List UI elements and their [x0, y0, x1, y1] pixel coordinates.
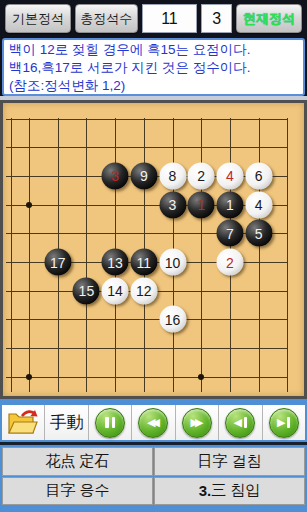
- manual-label: 手動: [50, 411, 84, 434]
- go-stone-S16: 4: [245, 191, 272, 218]
- total-joseki-button[interactable]: 총정석수: [75, 4, 138, 33]
- step-back-button[interactable]: ◀: [219, 405, 262, 440]
- go-stone-N17: 3: [102, 162, 129, 189]
- step-forward-button[interactable]: ▶: [263, 405, 305, 440]
- go-stone-O14: 11: [130, 249, 157, 276]
- step-hoshi-joseki[interactable]: 花点 定石: [2, 447, 153, 476]
- go-stone-R16: 1: [216, 191, 243, 218]
- open-file-button[interactable]: [2, 405, 45, 440]
- step-keima-kakari[interactable]: 日字 걸침: [154, 447, 305, 476]
- go-stone-O13: 12: [130, 277, 157, 304]
- pause-icon: [95, 408, 125, 438]
- current-joseki-index-field[interactable]: 3: [201, 4, 232, 33]
- rewind-icon: ◀◀: [138, 408, 168, 438]
- grid-line: [287, 118, 288, 392]
- step-forward-glyph: ▶: [277, 417, 290, 428]
- playback-toolbar: 手動◀◀▶▶◀▶: [0, 403, 307, 442]
- basic-joseki-button[interactable]: 기본정석: [5, 4, 71, 33]
- go-stone-R14: 2: [216, 249, 243, 276]
- step-label: 日字 걸침: [197, 452, 261, 471]
- go-stone-N13: 14: [102, 277, 129, 304]
- grid-line: [6, 119, 287, 120]
- pause-bars: [105, 417, 115, 428]
- joseki-step-grid: 花点 定石日字 걸침目字 응수3.三 침입: [0, 445, 307, 507]
- step-bar: [287, 417, 291, 428]
- commentary-line-2: 백16,흑17로 서로가 지킨 것은 정수이다.: [9, 59, 298, 77]
- go-stone-Q17: 2: [188, 162, 215, 189]
- fast-forward-glyph: ▶▶: [190, 417, 199, 428]
- go-stone-L14: 17: [44, 249, 71, 276]
- star-point: [26, 374, 32, 380]
- top-bar: 기본정석 총정석수 11 3 현재정석: [0, 0, 307, 37]
- fast-forward-icon: ▶▶: [182, 408, 212, 438]
- pause-bar: [112, 417, 116, 428]
- go-stone-R17: 4: [216, 162, 243, 189]
- open-folder-icon: [6, 410, 40, 436]
- step-ogeima-answer[interactable]: 目字 응수: [2, 477, 153, 506]
- go-stone-S17: 6: [245, 162, 272, 189]
- rewind-button[interactable]: ◀◀: [132, 405, 175, 440]
- step-back-icon: ◀: [225, 408, 255, 438]
- go-stone-P16: 3: [159, 191, 186, 218]
- grid-line: [6, 377, 287, 378]
- grid-line: [6, 147, 287, 148]
- grid-line: [86, 118, 87, 392]
- go-stone-P12: 16: [159, 306, 186, 333]
- go-stone-P17: 8: [159, 162, 186, 189]
- commentary-panel: 백이 12로 젖힐 경우에 흑15는 요점이다. 백16,흑17로 서로가 지킨…: [2, 38, 305, 96]
- commentary-line-1: 백이 12로 젖힐 경우에 흑15는 요점이다.: [9, 41, 298, 59]
- grid-line: [6, 319, 287, 320]
- pause-bar: [105, 417, 109, 428]
- grid-line: [6, 348, 287, 349]
- fast-forward-button[interactable]: ▶▶: [176, 405, 219, 440]
- star-point: [198, 374, 204, 380]
- rewind-glyph: ◀◀: [147, 417, 156, 428]
- bottom-strip: [0, 507, 307, 512]
- step-label: 三 침입: [211, 481, 260, 500]
- go-stone-R15: 7: [216, 220, 243, 247]
- go-stone-S15: 5: [245, 220, 272, 247]
- step-33-invasion[interactable]: 3.三 침입: [154, 477, 305, 506]
- go-stone-O17: 9: [130, 162, 157, 189]
- step-back-glyph: ◀: [234, 417, 247, 428]
- total-joseki-count-field[interactable]: 11: [142, 4, 198, 33]
- step-forward-icon: ▶: [269, 408, 299, 438]
- grid-line: [201, 118, 202, 392]
- go-stone-Q16: 1: [188, 191, 215, 218]
- commentary-line-3: (참조:정석변화 1,2): [9, 77, 298, 95]
- step-bar: [244, 417, 248, 428]
- pause-button[interactable]: [89, 405, 132, 440]
- go-stone-P14: 10: [159, 249, 186, 276]
- current-joseki-button[interactable]: 현재정석: [236, 4, 302, 33]
- grid-line: [259, 118, 260, 392]
- grid-line: [11, 118, 12, 392]
- step-label: 目字 응수: [45, 481, 109, 500]
- star-point: [26, 202, 32, 208]
- step-label: 花点 定石: [45, 452, 109, 471]
- go-board[interactable]: 39824631147517131110215141216: [0, 100, 307, 399]
- grid-line: [29, 118, 30, 392]
- step-prefix: 3.: [199, 482, 212, 499]
- go-stone-M13: 15: [73, 277, 100, 304]
- go-stone-N14: 13: [102, 249, 129, 276]
- manual-button[interactable]: 手動: [45, 405, 88, 440]
